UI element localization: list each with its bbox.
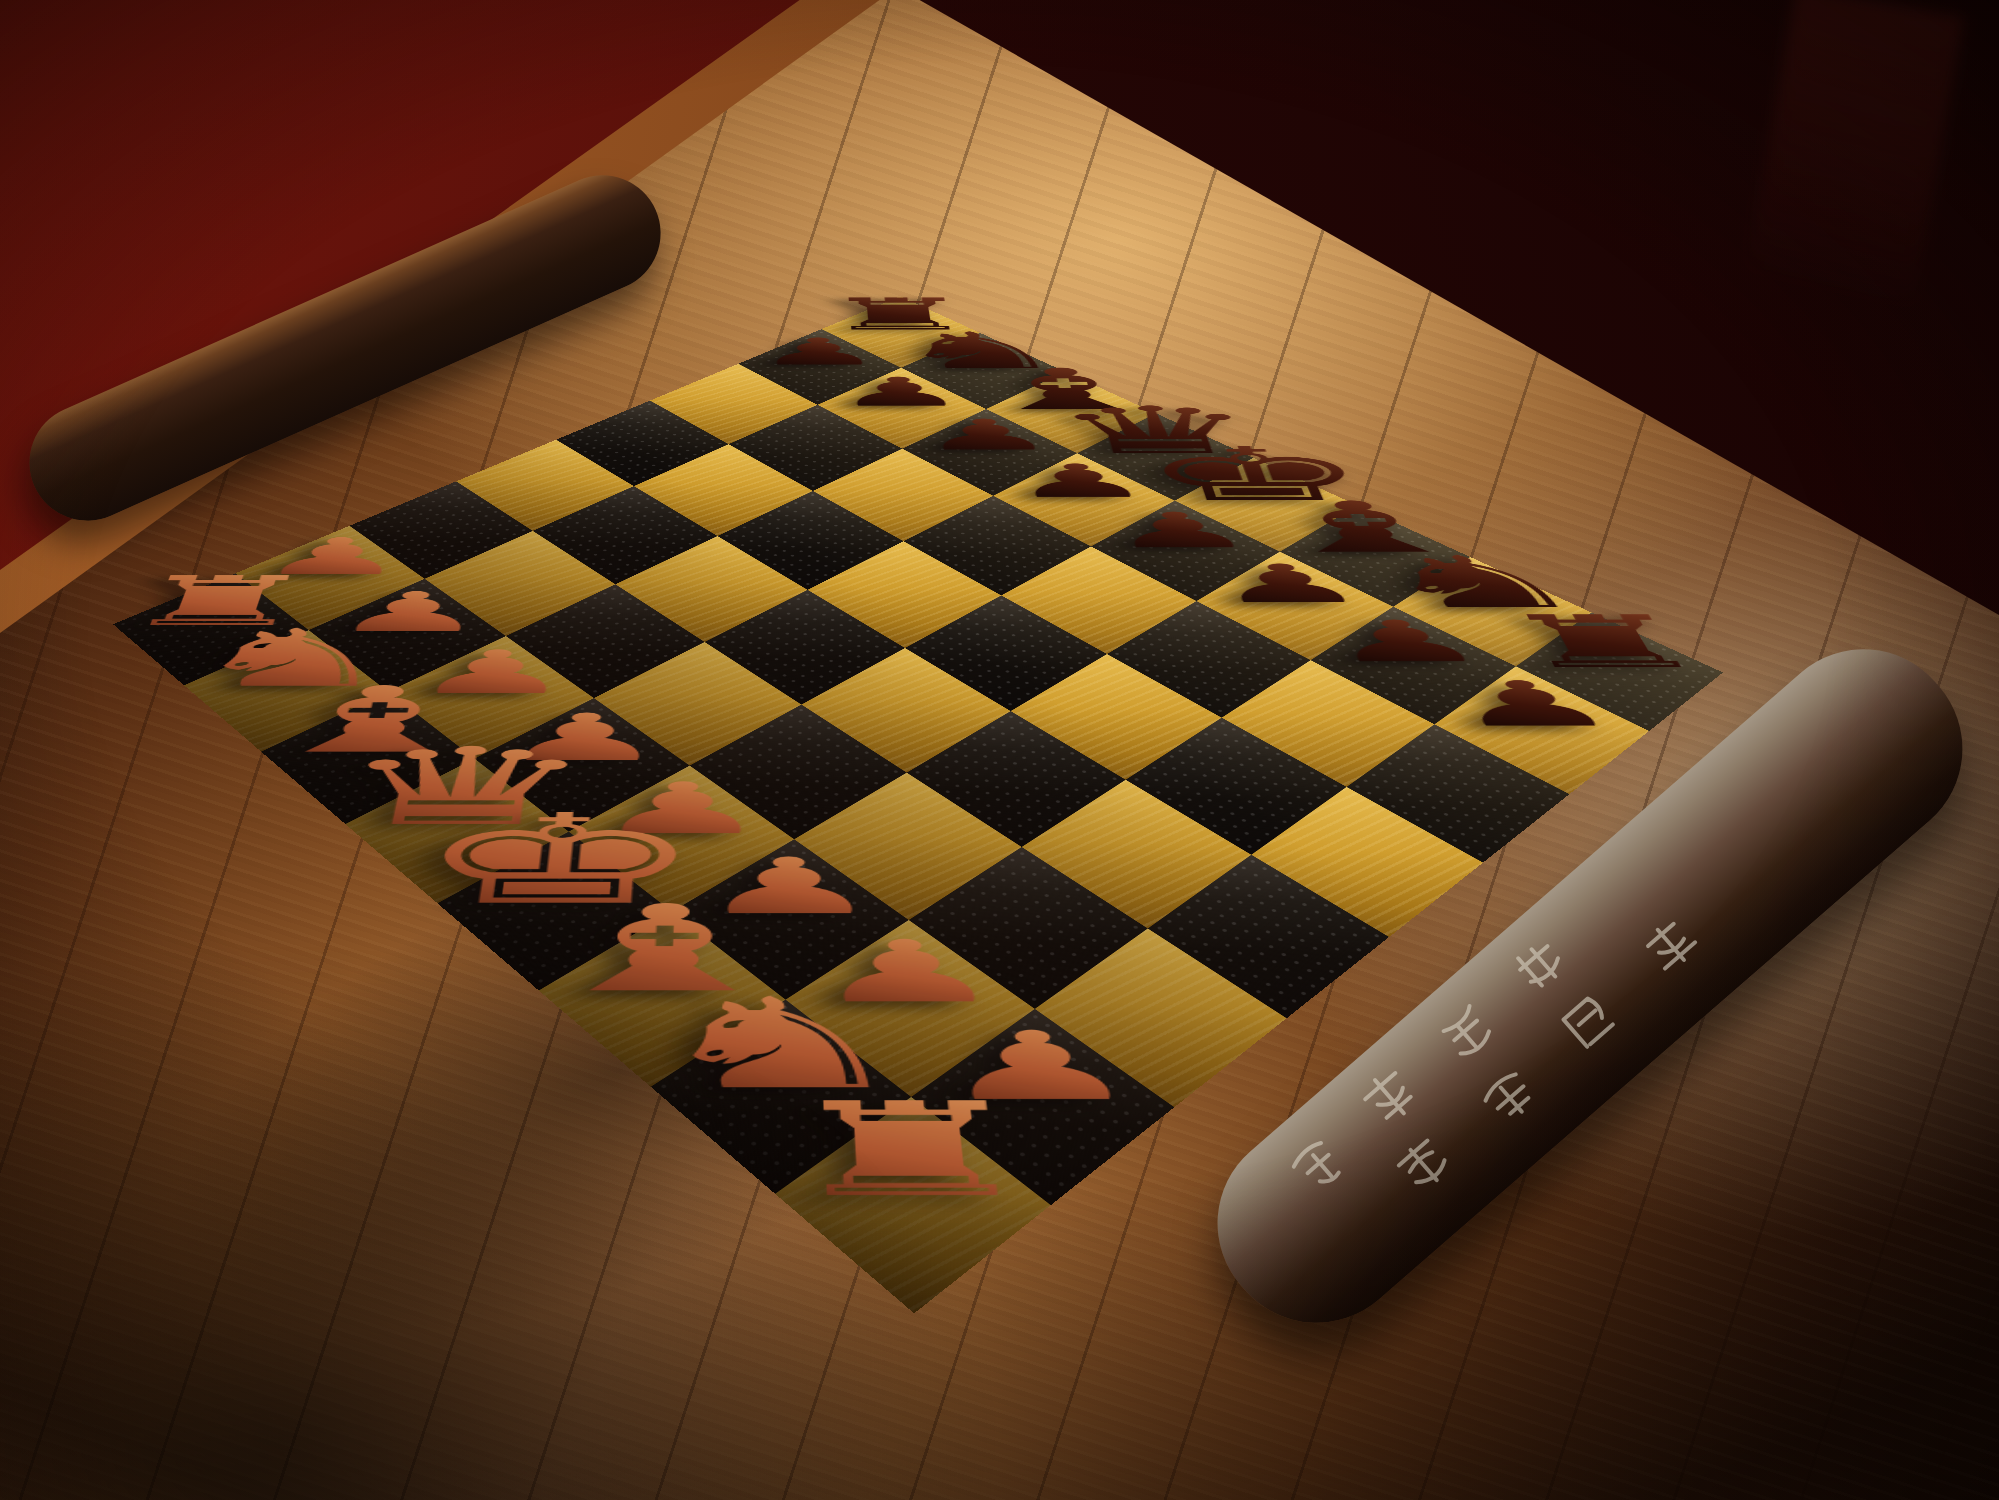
square-h1[interactable]: ♜ xyxy=(775,1097,1051,1313)
photo-scene: ♜♞♝♛♚♝♞♜♟♟♟♟♟♟♟♟♟♟♟♟♟♟♟♟♜♞♝♛♚♝♞♜ xyxy=(0,0,1999,1500)
black-pawn[interactable]: ♟ xyxy=(1203,557,1374,610)
black-pawn[interactable]: ♟ xyxy=(1434,673,1629,735)
chess-board: ♜♞♝♛♚♝♞♜♟♟♟♟♟♟♟♟♟♟♟♟♟♟♟♟♜♞♝♛♚♝♞♜ xyxy=(113,296,1723,1313)
black-pawn[interactable]: ♟ xyxy=(1005,458,1157,504)
black-pawn[interactable]: ♟ xyxy=(1314,613,1497,670)
board-perspective-wrap: ♜♞♝♛♚♝♞♜♟♟♟♟♟♟♟♟♟♟♟♟♟♟♟♟♜♞♝♛♚♝♞♜ xyxy=(113,296,1723,1313)
white-rook[interactable]: ♜ xyxy=(775,1086,1051,1216)
black-pawn[interactable]: ♟ xyxy=(833,372,969,412)
black-pawn[interactable]: ♟ xyxy=(1100,506,1261,555)
black-pawn[interactable]: ♟ xyxy=(916,414,1059,457)
black-pawn[interactable]: ♟ xyxy=(755,333,884,370)
background-furniture xyxy=(1746,0,1964,303)
